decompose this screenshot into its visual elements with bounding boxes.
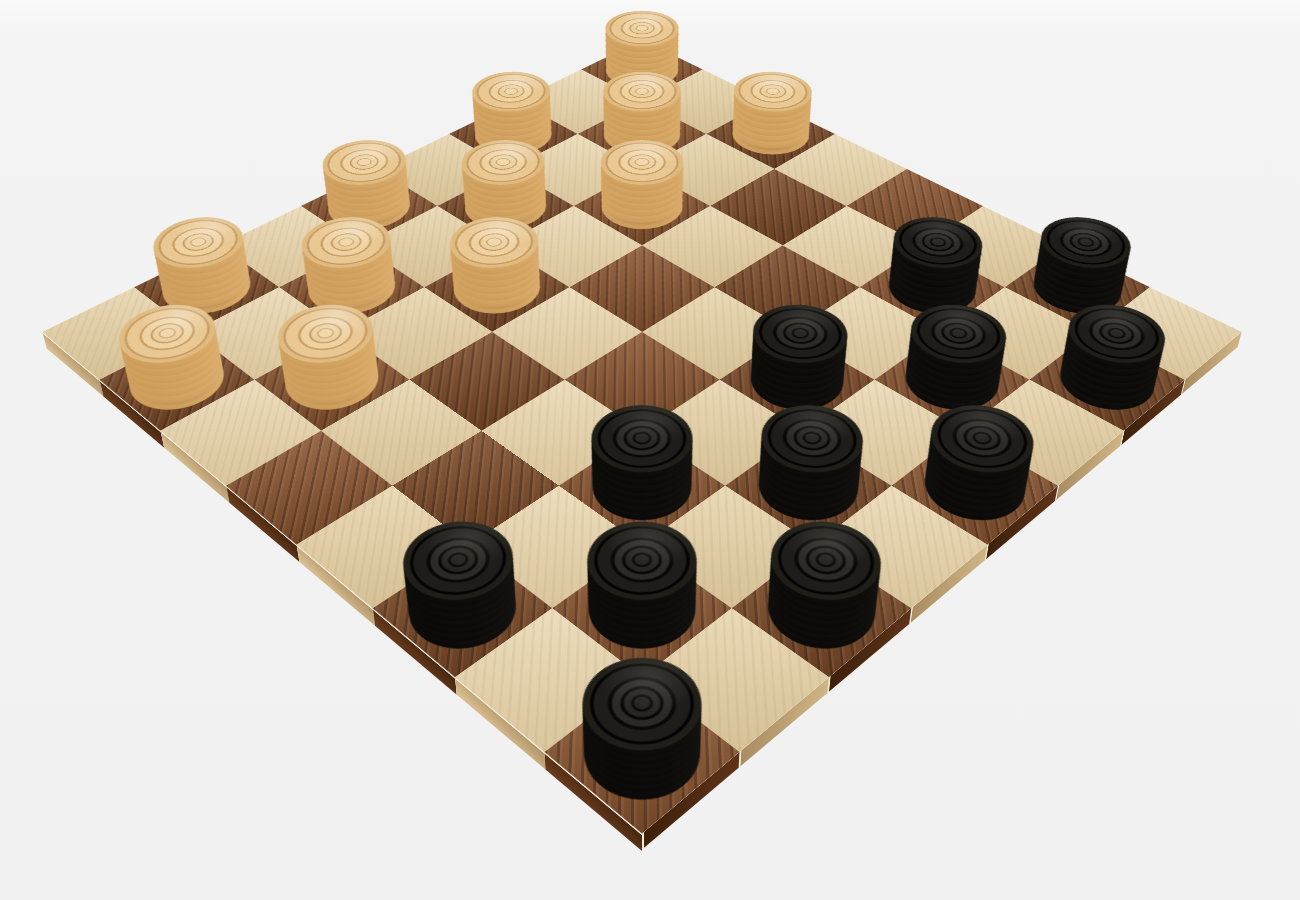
white-checker[interactable] xyxy=(436,252,558,325)
checkers-board xyxy=(42,40,1241,834)
board-front-right-edge xyxy=(1055,431,1124,501)
board-front-left-edge xyxy=(161,431,230,503)
photo-canvas xyxy=(0,0,1300,900)
square-7-7[interactable] xyxy=(545,677,740,833)
board-front-right-edge xyxy=(1181,332,1242,395)
board-front-right-edge xyxy=(739,677,829,768)
board-front-left-edge xyxy=(42,332,103,397)
board-scene xyxy=(42,40,1241,834)
board-front-left-edge xyxy=(226,486,299,562)
black-checker[interactable] xyxy=(567,555,718,666)
board-front-left-edge xyxy=(455,677,545,769)
board-front-right-edge xyxy=(909,545,987,624)
board-front-left-edge xyxy=(297,545,375,626)
